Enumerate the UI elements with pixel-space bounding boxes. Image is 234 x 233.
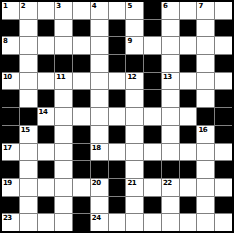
- clue-number-14: 14: [39, 108, 48, 116]
- clue-number-5: 5: [127, 2, 131, 10]
- white-cell-r5c4[interactable]: 11: [55, 73, 72, 90]
- white-cell-r1c8[interactable]: 5: [126, 2, 143, 19]
- white-cell-r11c1[interactable]: 19: [2, 179, 19, 196]
- black-cell-r6c13: [215, 90, 232, 107]
- white-cell-r5c6[interactable]: [91, 73, 108, 90]
- white-cell-r1c7[interactable]: [109, 2, 126, 19]
- white-cell-r12c2[interactable]: [20, 197, 37, 214]
- black-cell-r2c11: [180, 20, 197, 37]
- white-cell-r13c13[interactable]: [215, 214, 232, 231]
- black-cell-r10c5: [73, 161, 90, 178]
- white-cell-r5c10[interactable]: 13: [162, 73, 179, 90]
- white-cell-r3c9[interactable]: [144, 37, 161, 54]
- black-cell-r12c9: [144, 197, 161, 214]
- black-cell-r8c3: [38, 126, 55, 143]
- white-cell-r9c10[interactable]: [162, 144, 179, 161]
- black-cell-r8c5: [73, 126, 90, 143]
- black-cell-r8c11: [180, 126, 197, 143]
- clue-number-1: 1: [3, 2, 7, 10]
- white-cell-r13c4[interactable]: [55, 214, 72, 231]
- white-cell-r9c2[interactable]: [20, 144, 37, 161]
- white-cell-r3c10[interactable]: [162, 37, 179, 54]
- white-cell-r12c10[interactable]: [162, 197, 179, 214]
- white-cell-r8c8[interactable]: [126, 126, 143, 143]
- white-cell-r3c6[interactable]: [91, 37, 108, 54]
- white-cell-r8c12[interactable]: 16: [197, 126, 214, 143]
- white-cell-r13c10[interactable]: [162, 214, 179, 231]
- white-cell-r1c10[interactable]: 6: [162, 2, 179, 19]
- clue-number-10: 10: [3, 73, 12, 81]
- black-cell-r12c5: [73, 197, 90, 214]
- black-cell-r10c10: [162, 161, 179, 178]
- black-cell-r10c1: [2, 161, 19, 178]
- white-cell-r2c12[interactable]: [197, 20, 214, 37]
- black-cell-r4c8: [126, 55, 143, 72]
- white-cell-r9c9[interactable]: [144, 144, 161, 161]
- black-cell-r10c11: [180, 161, 197, 178]
- white-cell-r9c1[interactable]: 17: [2, 144, 19, 161]
- black-cell-r4c7: [109, 55, 126, 72]
- clue-number-12: 12: [127, 73, 136, 81]
- white-cell-r10c2[interactable]: [20, 161, 37, 178]
- white-cell-r3c1[interactable]: 8: [2, 37, 19, 54]
- white-cell-r11c6[interactable]: 20: [91, 179, 108, 196]
- clue-number-3: 3: [56, 2, 60, 10]
- black-cell-r6c9: [144, 90, 161, 107]
- crossword-puzzle: 123456789101112131415161718192021222324: [0, 0, 234, 233]
- clue-number-16: 16: [198, 126, 207, 134]
- white-cell-r7c7[interactable]: [109, 108, 126, 125]
- black-cell-r6c1: [2, 90, 19, 107]
- black-cell-r4c5: [73, 55, 90, 72]
- black-cell-r7c2: [20, 108, 37, 125]
- white-cell-r11c9[interactable]: [144, 179, 161, 196]
- white-cell-r9c7[interactable]: [109, 144, 126, 161]
- white-cell-r6c2[interactable]: [20, 90, 37, 107]
- white-cell-r13c1[interactable]: 23: [2, 214, 19, 231]
- white-cell-r3c2[interactable]: [20, 37, 37, 54]
- white-cell-r7c5[interactable]: [73, 108, 90, 125]
- white-cell-r5c1[interactable]: 10: [2, 73, 19, 90]
- white-cell-r4c12[interactable]: [197, 55, 214, 72]
- black-cell-r12c7: [109, 197, 126, 214]
- white-cell-r3c4[interactable]: [55, 37, 72, 54]
- black-cell-r12c1: [2, 197, 19, 214]
- clue-number-17: 17: [3, 144, 12, 152]
- white-cell-r6c6[interactable]: [91, 90, 108, 107]
- white-cell-r11c3[interactable]: [38, 179, 55, 196]
- white-cell-r9c12[interactable]: [197, 144, 214, 161]
- white-cell-r7c6[interactable]: [91, 108, 108, 125]
- black-cell-r2c7: [109, 20, 126, 37]
- white-cell-r8c6[interactable]: [91, 126, 108, 143]
- black-cell-r12c3: [38, 197, 55, 214]
- white-cell-r9c6[interactable]: 18: [91, 144, 108, 161]
- white-cell-r7c8[interactable]: [126, 108, 143, 125]
- white-cell-r6c8[interactable]: [126, 90, 143, 107]
- black-cell-r8c7: [109, 126, 126, 143]
- white-cell-r5c5[interactable]: [73, 73, 90, 90]
- black-cell-r6c11: [180, 90, 197, 107]
- black-cell-r7c12: [197, 108, 214, 125]
- white-cell-r1c6[interactable]: 4: [91, 2, 108, 19]
- white-cell-r5c3[interactable]: [38, 73, 55, 90]
- white-cell-r4c2[interactable]: [20, 55, 37, 72]
- clue-number-2: 2: [21, 2, 25, 10]
- clue-number-9: 9: [127, 37, 131, 45]
- black-cell-r8c9: [144, 126, 161, 143]
- white-cell-r7c10[interactable]: [162, 108, 179, 125]
- white-cell-r9c11[interactable]: [180, 144, 197, 161]
- white-cell-r6c10[interactable]: [162, 90, 179, 107]
- clue-number-21: 21: [127, 179, 136, 187]
- white-cell-r4c6[interactable]: [91, 55, 108, 72]
- white-cell-r2c4[interactable]: [55, 20, 72, 37]
- white-cell-r9c13[interactable]: [215, 144, 232, 161]
- black-cell-r4c13: [215, 55, 232, 72]
- clue-number-11: 11: [56, 73, 65, 81]
- black-cell-r10c13: [215, 161, 232, 178]
- black-cell-r12c11: [180, 197, 197, 214]
- white-cell-r7c3[interactable]: 14: [38, 108, 55, 125]
- black-cell-r11c7: [109, 179, 126, 196]
- black-cell-r2c1: [2, 20, 19, 37]
- black-cell-r5c9: [144, 73, 161, 90]
- white-cell-r5c11[interactable]: [180, 73, 197, 90]
- white-cell-r5c2[interactable]: [20, 73, 37, 90]
- white-cell-r13c3[interactable]: [38, 214, 55, 231]
- white-cell-r13c2[interactable]: [20, 214, 37, 231]
- white-cell-r1c4[interactable]: 3: [55, 2, 72, 19]
- white-cell-r4c10[interactable]: [162, 55, 179, 72]
- clue-number-24: 24: [92, 214, 101, 222]
- black-cell-r13c5: [73, 214, 90, 231]
- white-cell-r11c12[interactable]: [197, 179, 214, 196]
- black-cell-r4c4: [55, 55, 72, 72]
- black-cell-r2c13: [215, 20, 232, 37]
- white-cell-r6c4[interactable]: [55, 90, 72, 107]
- black-cell-r6c5: [73, 90, 90, 107]
- clue-number-4: 4: [92, 2, 96, 10]
- black-cell-r2c3: [38, 20, 55, 37]
- clue-number-20: 20: [92, 179, 101, 187]
- white-cell-r1c5[interactable]: [73, 2, 90, 19]
- white-cell-r11c10[interactable]: 22: [162, 179, 179, 196]
- white-cell-r7c4[interactable]: [55, 108, 72, 125]
- black-cell-r2c5: [73, 20, 90, 37]
- crossword-board: 123456789101112131415161718192021222324: [0, 0, 234, 233]
- white-cell-r2c6[interactable]: [91, 20, 108, 37]
- black-cell-r2c9: [144, 20, 161, 37]
- white-cell-r10c4[interactable]: [55, 161, 72, 178]
- white-cell-r11c2[interactable]: [20, 179, 37, 196]
- white-cell-r1c3[interactable]: [38, 2, 55, 19]
- white-cell-r10c8[interactable]: [126, 161, 143, 178]
- clue-number-15: 15: [21, 126, 30, 134]
- white-cell-r11c5[interactable]: [73, 179, 90, 196]
- white-cell-r10c12[interactable]: [197, 161, 214, 178]
- white-cell-r13c7[interactable]: [109, 214, 126, 231]
- white-cell-r11c11[interactable]: [180, 179, 197, 196]
- white-cell-r12c12[interactable]: [197, 197, 214, 214]
- white-cell-r2c2[interactable]: [20, 20, 37, 37]
- white-cell-r5c12[interactable]: [197, 73, 214, 90]
- clue-number-7: 7: [198, 2, 202, 10]
- white-cell-r12c4[interactable]: [55, 197, 72, 214]
- black-cell-r4c3: [38, 55, 55, 72]
- white-cell-r9c8[interactable]: [126, 144, 143, 161]
- white-cell-r5c7[interactable]: [109, 73, 126, 90]
- black-cell-r4c1: [2, 55, 19, 72]
- white-cell-r7c9[interactable]: [144, 108, 161, 125]
- white-cell-r5c13[interactable]: [215, 73, 232, 90]
- white-cell-r8c2[interactable]: 15: [20, 126, 37, 143]
- white-cell-r8c4[interactable]: [55, 126, 72, 143]
- white-cell-r9c4[interactable]: [55, 144, 72, 161]
- white-cell-r1c13[interactable]: [215, 2, 232, 19]
- clue-number-6: 6: [163, 2, 167, 10]
- black-cell-r10c7: [109, 161, 126, 178]
- black-cell-r6c7: [109, 90, 126, 107]
- white-cell-r3c3[interactable]: [38, 37, 55, 54]
- black-cell-r10c6: [91, 161, 108, 178]
- black-cell-r10c9: [144, 161, 161, 178]
- white-cell-r1c2[interactable]: 2: [20, 2, 37, 19]
- white-cell-r5c8[interactable]: 12: [126, 73, 143, 90]
- white-cell-r3c5[interactable]: [73, 37, 90, 54]
- white-cell-r12c6[interactable]: [91, 197, 108, 214]
- clue-number-13: 13: [163, 73, 172, 81]
- black-cell-r8c13: [215, 126, 232, 143]
- white-cell-r13c11[interactable]: [180, 214, 197, 231]
- clue-number-18: 18: [92, 144, 101, 152]
- black-cell-r1c9: [144, 2, 161, 19]
- white-cell-r11c4[interactable]: [55, 179, 72, 196]
- white-cell-r13c9[interactable]: [144, 214, 161, 231]
- black-cell-r7c13: [215, 108, 232, 125]
- white-cell-r13c12[interactable]: [197, 214, 214, 231]
- white-cell-r12c8[interactable]: [126, 197, 143, 214]
- white-cell-r3c13[interactable]: [215, 37, 232, 54]
- clue-number-19: 19: [3, 179, 12, 187]
- white-cell-r8c10[interactable]: [162, 126, 179, 143]
- white-cell-r13c6[interactable]: 24: [91, 214, 108, 231]
- black-cell-r4c9: [144, 55, 161, 72]
- white-cell-r1c11[interactable]: [180, 2, 197, 19]
- black-cell-r9c5: [73, 144, 90, 161]
- black-cell-r4c11: [180, 55, 197, 72]
- white-cell-r9c3[interactable]: [38, 144, 55, 161]
- black-cell-r10c3: [38, 161, 55, 178]
- clue-number-22: 22: [163, 179, 172, 187]
- black-cell-r3c7: [109, 37, 126, 54]
- white-cell-r1c1[interactable]: 1: [2, 2, 19, 19]
- white-cell-r13c8[interactable]: [126, 214, 143, 231]
- white-cell-r2c10[interactable]: [162, 20, 179, 37]
- black-cell-r8c1: [2, 126, 19, 143]
- clue-number-23: 23: [3, 214, 12, 222]
- white-cell-r3c8[interactable]: 9: [126, 37, 143, 54]
- white-cell-r2c8[interactable]: [126, 20, 143, 37]
- white-cell-r11c8[interactable]: 21: [126, 179, 143, 196]
- white-cell-r7c11[interactable]: [180, 108, 197, 125]
- white-cell-r1c12[interactable]: 7: [197, 2, 214, 19]
- white-cell-r11c13[interactable]: [215, 179, 232, 196]
- white-cell-r3c12[interactable]: [197, 37, 214, 54]
- white-cell-r3c11[interactable]: [180, 37, 197, 54]
- black-cell-r12c13: [215, 197, 232, 214]
- black-cell-r6c3: [38, 90, 55, 107]
- black-cell-r7c1: [2, 108, 19, 125]
- white-cell-r6c12[interactable]: [197, 90, 214, 107]
- clue-number-8: 8: [3, 37, 7, 45]
